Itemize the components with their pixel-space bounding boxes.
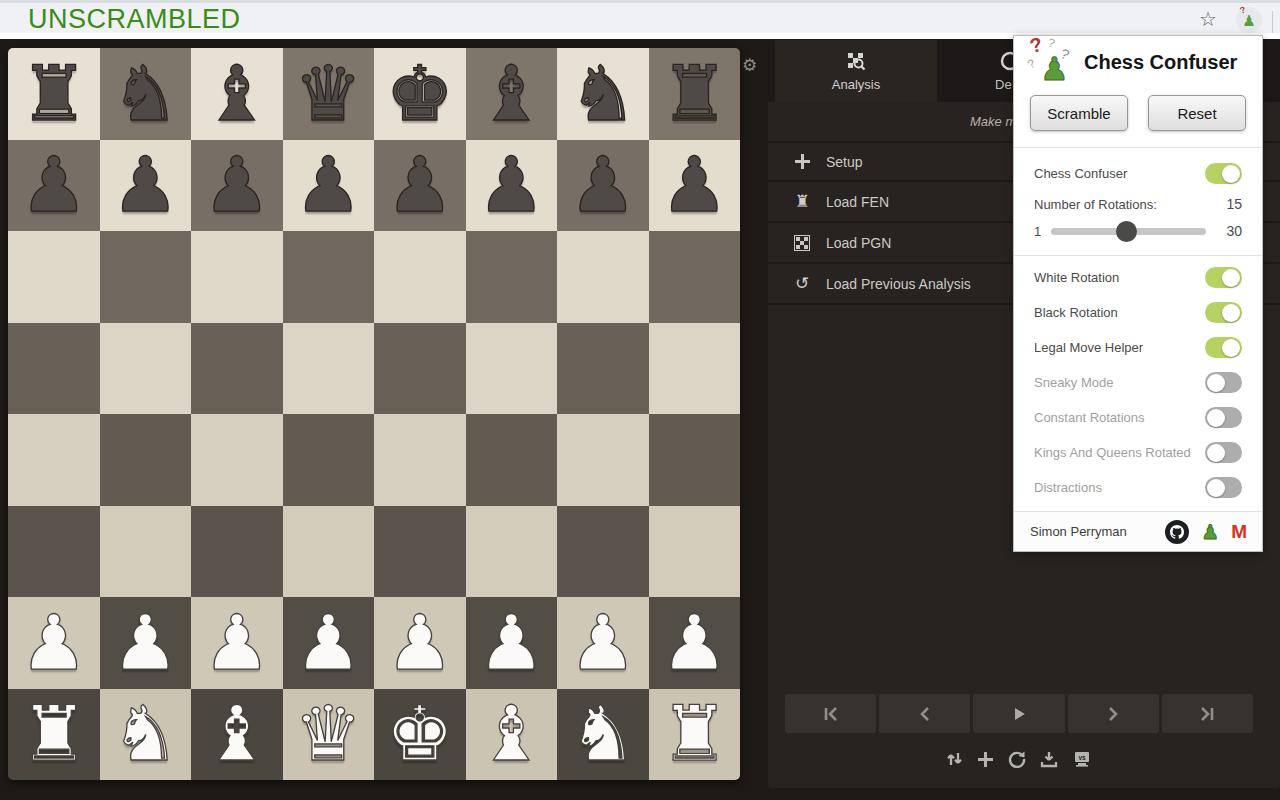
nav-last-button[interactable] xyxy=(1162,694,1253,733)
chess-confuser-logo-icon: ? ? ? ? ♟ xyxy=(1028,37,1074,89)
popup-buttons: Scramble Reset xyxy=(1014,89,1262,147)
square-b3[interactable] xyxy=(100,506,192,598)
square-g2[interactable]: ♟ xyxy=(557,597,649,689)
square-c4[interactable] xyxy=(191,414,283,506)
toggle-label: Distractions xyxy=(1034,480,1205,495)
svg-text:vs: vs xyxy=(1078,754,1086,761)
slider-knob[interactable] xyxy=(1116,221,1137,242)
nav-first-button[interactable] xyxy=(785,694,876,733)
toggle-knob xyxy=(1222,165,1240,183)
toggle-switch[interactable] xyxy=(1205,302,1242,323)
square-c2[interactable]: ♟ xyxy=(191,597,283,689)
menu-label: Load Previous Analysis xyxy=(826,276,971,292)
black-bishop-piece[interactable]: ♝ xyxy=(191,48,283,140)
toggle-label: Legal Move Helper xyxy=(1034,340,1205,355)
toggle-knob xyxy=(1207,479,1225,497)
toggle-knob xyxy=(1222,339,1240,357)
white-pawn-piece[interactable]: ♟ xyxy=(557,597,649,689)
square-h4[interactable] xyxy=(649,414,741,506)
toggle-switch[interactable] xyxy=(1205,337,1242,358)
square-f3[interactable] xyxy=(466,506,558,598)
square-e7[interactable]: ♟ xyxy=(374,140,466,232)
toggle-list: White RotationBlack RotationLegal Move H… xyxy=(1014,256,1262,511)
menu-label: Setup xyxy=(826,154,863,170)
black-pawn-piece[interactable]: ♟ xyxy=(557,140,649,232)
square-c3[interactable] xyxy=(191,506,283,598)
square-g6[interactable] xyxy=(557,231,649,323)
square-b2[interactable]: ♟ xyxy=(100,597,192,689)
square-h3[interactable] xyxy=(649,506,741,598)
square-c5[interactable] xyxy=(191,323,283,415)
square-c1[interactable]: ♝ xyxy=(191,689,283,781)
toggle-knob xyxy=(1207,374,1225,392)
scramble-button[interactable]: Scramble xyxy=(1030,95,1128,131)
square-h6[interactable] xyxy=(649,231,741,323)
chess-confuser-popup: ? ? ? ? ♟ Chess Confuser Scramble Reset … xyxy=(1013,35,1263,552)
plus-icon xyxy=(790,153,814,170)
toggle-switch[interactable] xyxy=(1205,477,1242,498)
slider-min: 1 xyxy=(1034,224,1041,239)
white-knight-piece[interactable]: ♞ xyxy=(100,689,192,781)
square-a7[interactable]: ♟ xyxy=(8,140,100,232)
toggle-row-distractions: Distractions xyxy=(1034,470,1242,505)
toolbar-divider xyxy=(1272,11,1273,33)
white-rook-piece[interactable]: ♜ xyxy=(649,689,741,781)
black-bishop-piece[interactable]: ♝ xyxy=(466,48,558,140)
square-e4[interactable] xyxy=(374,414,466,506)
popup-header: ? ? ? ? ♟ Chess Confuser xyxy=(1014,36,1262,89)
bookmark-star-icon[interactable]: ☆ xyxy=(1199,7,1217,31)
tab-analysis[interactable]: Analysis xyxy=(775,40,937,102)
popup-footer: Simon Perryman ♟ M xyxy=(1014,511,1262,551)
square-a3[interactable] xyxy=(8,506,100,598)
square-g1[interactable]: ♞ xyxy=(557,689,649,781)
toggle-knob xyxy=(1207,444,1225,462)
toggle-knob xyxy=(1207,409,1225,427)
square-a2[interactable]: ♟ xyxy=(8,597,100,689)
toggle-label: Sneaky Mode xyxy=(1034,375,1205,390)
square-d1[interactable]: ♛ xyxy=(283,689,375,781)
white-rook-piece[interactable]: ♜ xyxy=(8,689,100,781)
board-settings-gear-icon[interactable]: ⚙ xyxy=(742,55,757,75)
rotations-row: Number of Rotations: 15 xyxy=(1034,191,1242,217)
black-king-piece[interactable]: ♚ xyxy=(374,48,466,140)
square-d7[interactable]: ♟ xyxy=(283,140,375,232)
white-pawn-piece[interactable]: ♟ xyxy=(466,597,558,689)
black-rook-piece[interactable]: ♜ xyxy=(649,48,741,140)
gmail-icon[interactable]: M xyxy=(1231,521,1246,543)
square-g5[interactable] xyxy=(557,323,649,415)
white-pawn-piece[interactable]: ♟ xyxy=(8,597,100,689)
square-g8[interactable]: ♞ xyxy=(557,48,649,140)
master-toggle-row: Chess Confuser xyxy=(1034,156,1242,191)
question-mark-icon: ? xyxy=(1046,35,1056,50)
download-icon[interactable] xyxy=(1040,750,1058,768)
menu-label: Load PGN xyxy=(826,235,891,251)
toggle-row-kings-and-queens-rotated: Kings And Queens Rotated xyxy=(1034,435,1242,470)
square-d6[interactable] xyxy=(283,231,375,323)
white-pawn-piece[interactable]: ♟ xyxy=(649,597,741,689)
black-knight-piece[interactable]: ♞ xyxy=(557,48,649,140)
popup-title: Chess Confuser xyxy=(1084,51,1237,74)
slider-max: 30 xyxy=(1216,223,1242,239)
toggle-row-black-rotation: Black Rotation xyxy=(1034,295,1242,330)
square-d4[interactable] xyxy=(283,414,375,506)
square-a1[interactable]: ♜ xyxy=(8,689,100,781)
square-b4[interactable] xyxy=(100,414,192,506)
square-e6[interactable] xyxy=(374,231,466,323)
square-c6[interactable] xyxy=(191,231,283,323)
toggle-label: Constant Rotations xyxy=(1034,410,1205,425)
nav-next-button[interactable] xyxy=(1068,694,1159,733)
square-d5[interactable] xyxy=(283,323,375,415)
vs-computer-icon[interactable]: vs xyxy=(1072,750,1092,768)
tab-label: Analysis xyxy=(832,77,880,92)
refresh-icon[interactable] xyxy=(1008,750,1026,768)
square-f8[interactable]: ♝ xyxy=(466,48,558,140)
extension-icon[interactable]: ? ♟ xyxy=(1236,7,1262,33)
square-g7[interactable]: ♟ xyxy=(557,140,649,232)
white-bishop-piece[interactable]: ♝ xyxy=(191,689,283,781)
square-d8[interactable]: ♛ xyxy=(283,48,375,140)
black-pawn-piece[interactable]: ♟ xyxy=(191,140,283,232)
github-icon[interactable] xyxy=(1165,520,1189,544)
white-queen-piece[interactable]: ♛ xyxy=(283,689,375,781)
rotations-value: 15 xyxy=(1216,196,1242,212)
toggle-switch[interactable] xyxy=(1205,372,1242,393)
square-e8[interactable]: ♚ xyxy=(374,48,466,140)
chess-board[interactable]: ♜♞♝♛♚♝♞♜♟♟♟♟♟♟♟♟♟♟♟♟♟♟♟♟♜♞♝♛♚♝♞♜ xyxy=(8,48,740,780)
square-e1[interactable]: ♚ xyxy=(374,689,466,781)
toggle-label: Kings And Queens Rotated xyxy=(1034,445,1205,460)
black-pawn-piece[interactable]: ♟ xyxy=(649,140,741,232)
black-knight-piece[interactable]: ♞ xyxy=(100,48,192,140)
checkerboard-icon xyxy=(790,235,814,251)
square-f2[interactable]: ♟ xyxy=(466,597,558,689)
square-g4[interactable] xyxy=(557,414,649,506)
toggle-row-legal-move-helper: Legal Move Helper xyxy=(1034,330,1242,365)
flip-board-icon[interactable] xyxy=(946,750,963,768)
white-king-piece[interactable]: ♚ xyxy=(374,689,466,781)
square-g3[interactable] xyxy=(557,506,649,598)
white-knight-piece[interactable]: ♞ xyxy=(557,689,649,781)
white-pawn-piece[interactable]: ♟ xyxy=(100,597,192,689)
nav-previous-button[interactable] xyxy=(879,694,970,733)
analysis-board-icon xyxy=(845,50,867,72)
square-e2[interactable]: ♟ xyxy=(374,597,466,689)
black-pawn-piece[interactable]: ♟ xyxy=(100,140,192,232)
master-toggle-switch[interactable] xyxy=(1205,163,1242,184)
square-d2[interactable]: ♟ xyxy=(283,597,375,689)
square-h7[interactable]: ♟ xyxy=(649,140,741,232)
black-pawn-piece[interactable]: ♟ xyxy=(466,140,558,232)
square-f7[interactable]: ♟ xyxy=(466,140,558,232)
toggle-row-sneaky-mode: Sneaky Mode xyxy=(1034,365,1242,400)
toggle-knob xyxy=(1222,304,1240,322)
tab-label: De xyxy=(995,77,1012,92)
square-h2[interactable]: ♟ xyxy=(649,597,741,689)
rook-icon: ♜ xyxy=(790,193,814,210)
toggle-knob xyxy=(1222,269,1240,287)
question-mark-icon: ? xyxy=(1239,4,1247,15)
rotations-slider-row: 1 30 xyxy=(1034,217,1242,245)
square-h8[interactable]: ♜ xyxy=(649,48,741,140)
black-queen-piece[interactable]: ♛ xyxy=(283,48,375,140)
nav-play-button[interactable] xyxy=(973,694,1064,733)
popup-main-controls: Chess Confuser Number of Rotations: 15 1… xyxy=(1014,148,1262,255)
square-a8[interactable]: ♜ xyxy=(8,48,100,140)
question-mark-icon: ? xyxy=(1025,56,1037,72)
toggle-label: Black Rotation xyxy=(1034,305,1205,320)
square-d3[interactable] xyxy=(283,506,375,598)
square-c8[interactable]: ♝ xyxy=(191,48,283,140)
pawn-icon: ♟ xyxy=(1040,53,1069,85)
toggle-switch[interactable] xyxy=(1205,267,1242,288)
square-h5[interactable] xyxy=(649,323,741,415)
square-h1[interactable]: ♜ xyxy=(649,689,741,781)
square-b8[interactable]: ♞ xyxy=(100,48,192,140)
square-e5[interactable] xyxy=(374,323,466,415)
toggle-row-constant-rotations: Constant Rotations xyxy=(1034,400,1242,435)
black-pawn-piece[interactable]: ♟ xyxy=(8,140,100,232)
page-title: UNSCRAMBLED xyxy=(28,4,241,35)
author-name: Simon Perryman xyxy=(1030,524,1153,539)
toggle-switch[interactable] xyxy=(1205,407,1242,428)
square-f5[interactable] xyxy=(466,323,558,415)
square-b7[interactable]: ♟ xyxy=(100,140,192,232)
master-toggle-label: Chess Confuser xyxy=(1034,166,1205,181)
square-a5[interactable] xyxy=(8,323,100,415)
history-icon: ↺ xyxy=(790,275,814,292)
white-pawn-piece[interactable]: ♟ xyxy=(283,597,375,689)
make-moves-hint: Make m xyxy=(970,114,1016,129)
white-pawn-piece[interactable]: ♟ xyxy=(191,597,283,689)
white-pawn-piece[interactable]: ♟ xyxy=(374,597,466,689)
square-b1[interactable]: ♞ xyxy=(100,689,192,781)
add-icon[interactable] xyxy=(977,751,994,768)
square-c7[interactable]: ♟ xyxy=(191,140,283,232)
reset-button[interactable]: Reset xyxy=(1148,95,1246,131)
pawn-link-icon[interactable]: ♟ xyxy=(1201,522,1219,542)
square-f1[interactable]: ♝ xyxy=(466,689,558,781)
square-f4[interactable] xyxy=(466,414,558,506)
square-a6[interactable] xyxy=(8,231,100,323)
black-pawn-piece[interactable]: ♟ xyxy=(374,140,466,232)
square-a4[interactable] xyxy=(8,414,100,506)
board-actions: vs xyxy=(785,750,1253,768)
toggle-label: White Rotation xyxy=(1034,270,1205,285)
white-bishop-piece[interactable]: ♝ xyxy=(466,689,558,781)
square-b6[interactable] xyxy=(100,231,192,323)
black-pawn-piece[interactable]: ♟ xyxy=(283,140,375,232)
toggle-row-white-rotation: White Rotation xyxy=(1034,260,1242,295)
menu-label: Load FEN xyxy=(826,194,889,210)
move-navigation xyxy=(785,694,1253,733)
square-e3[interactable] xyxy=(374,506,466,598)
square-b5[interactable] xyxy=(100,323,192,415)
toggle-switch[interactable] xyxy=(1205,442,1242,463)
rotations-slider[interactable] xyxy=(1051,228,1206,235)
black-rook-piece[interactable]: ♜ xyxy=(8,48,100,140)
rotations-label: Number of Rotations: xyxy=(1034,197,1216,212)
square-f6[interactable] xyxy=(466,231,558,323)
